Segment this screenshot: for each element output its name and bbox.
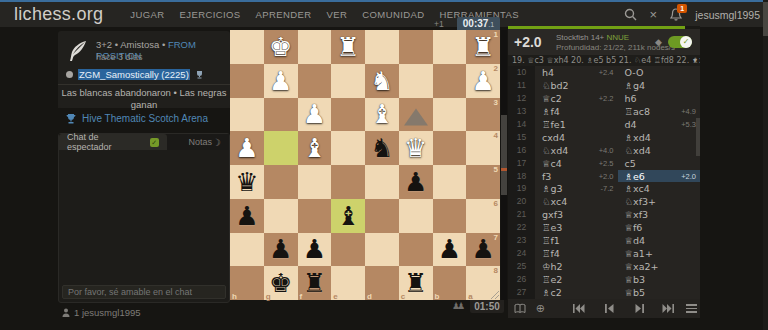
move-black-21[interactable]: ♕xf3 [618, 208, 701, 221]
square-b7[interactable]: ♟ [433, 233, 467, 267]
move-row-10: 10h4+2.4O-O [508, 66, 700, 79]
square-d2[interactable]: ♞ [365, 64, 399, 98]
square-c8[interactable]: ♜c [399, 266, 433, 300]
move-black-13[interactable]: ♖ac8+4.9 [618, 105, 701, 118]
practice-icon[interactable]: ⊕ [531, 302, 550, 315]
square-g3[interactable] [264, 98, 298, 132]
square-g2[interactable]: ♟ [264, 64, 298, 98]
move-number: 23 [508, 234, 535, 247]
square-a1[interactable]: ♜1 [466, 30, 500, 64]
move-black-26[interactable]: ♕b3 [618, 273, 701, 286]
square-b5[interactable] [433, 165, 467, 199]
square-f1[interactable] [298, 30, 332, 64]
chat-box: Chat de espectador ✓ Notas ☽ [58, 133, 230, 303]
square-e6[interactable]: ♝ [331, 199, 365, 233]
move-row-13: 13♗f4♖ac8+4.9 [508, 105, 700, 118]
engine-toggle[interactable]: ✓ [668, 36, 692, 48]
black-rook-f8[interactable]: ♜ [298, 266, 332, 300]
menu-comunidad[interactable]: COMUNIDAD [362, 9, 424, 20]
move-number: 27 [508, 286, 535, 299]
trophy-icon-small [195, 70, 204, 79]
analysis-panel: +2.0 Stockfish 14+ NNUE Profundidad: 21/… [508, 26, 700, 318]
square-g7[interactable]: ♟ [264, 233, 298, 267]
close-icon[interactable]: × [650, 8, 658, 21]
black-pawn-c5[interactable]: ♟ [399, 165, 433, 199]
square-a6[interactable]: 6 [466, 199, 500, 233]
move-white-27[interactable]: ♗c2 [535, 286, 618, 299]
menu-aprender[interactable]: APRENDER [256, 9, 312, 20]
eval: -7.2 [601, 182, 614, 196]
move-row-15: 15cxd4♗xd4 [508, 131, 700, 144]
move-row-12: 12♕c2+2.2h6 [508, 92, 700, 105]
square-c5[interactable]: ♟ [399, 165, 433, 199]
square-d3[interactable]: ♝ [365, 98, 399, 132]
move-black-12[interactable]: h6 [618, 92, 701, 105]
move-white-23[interactable]: ♖f1 [535, 234, 618, 247]
rank-label-1: 1 [494, 30, 498, 39]
move-black-14[interactable]: d4+5.3 [618, 118, 701, 131]
white-bishop-f4[interactable]: ♝ [298, 131, 332, 165]
move-row-18: 18f3+2.0♗e6+2.0 [508, 170, 700, 183]
opening-book-icon[interactable] [510, 303, 531, 314]
nav-right: × 1 jesusmgl1995 [624, 2, 760, 27]
move-black-10[interactable]: O-O [618, 66, 701, 79]
square-e3[interactable] [331, 98, 365, 132]
menu-ejercicios[interactable]: EJERCICIOS [180, 9, 241, 20]
move-white-13[interactable]: ♗f4 [535, 105, 618, 118]
square-b2[interactable] [433, 64, 467, 98]
move-number: 15 [508, 131, 535, 144]
eval: +5.3 [681, 118, 696, 132]
file-label-e: e [333, 292, 337, 301]
square-d6[interactable] [365, 199, 399, 233]
move-row-25: 25♔h2♕xa2+ [508, 260, 700, 273]
move-number: 16 [508, 144, 535, 157]
tab-notes[interactable]: Notas [189, 137, 213, 147]
move-white-11[interactable]: ♘bd2 [535, 79, 618, 92]
square-g4[interactable] [264, 131, 298, 165]
move-row-23: 23♖f1♕d4 [508, 234, 700, 247]
prev-move-button[interactable] [595, 303, 624, 314]
black-pawn-g7[interactable]: ♟ [264, 233, 298, 267]
white-pawn-g2[interactable]: ♟ [264, 64, 298, 98]
square-a3[interactable]: 3 [466, 98, 500, 132]
square-b6[interactable] [433, 199, 467, 233]
file-label-d: d [367, 292, 372, 301]
square-g5[interactable] [264, 165, 298, 199]
eval: +4.0 [599, 144, 614, 158]
move-white-17[interactable]: ♕c4+2.5 [535, 157, 618, 170]
square-h4[interactable]: ♟ [230, 131, 264, 165]
square-h2[interactable] [230, 64, 264, 98]
eval: +2.5 [599, 157, 614, 171]
lichess-logo[interactable]: lichess.org [14, 4, 103, 25]
lichess-page: lichess.org JUGAR EJERCICIOS APRENDER VE… [0, 0, 768, 330]
move-row-17: 17♕c4+2.5c5 [508, 157, 700, 170]
square-a5[interactable]: 5 [466, 165, 500, 199]
eval: +2.2 [599, 92, 614, 106]
white-king-g1[interactable]: ♚ [264, 30, 298, 64]
white-queen-c4[interactable]: ♛ [399, 131, 433, 165]
square-e2[interactable] [331, 64, 365, 98]
white-pawn-f3[interactable]: ♟ [298, 98, 332, 132]
user-menu[interactable]: jesusmgl1995 [695, 9, 760, 21]
menu-ver[interactable]: VER [327, 9, 348, 20]
move-white-10[interactable]: h4+2.4 [535, 66, 618, 79]
square-f4[interactable]: ♝ [298, 131, 332, 165]
square-e1[interactable]: ♜ [331, 30, 365, 64]
move-number: 13 [508, 105, 535, 118]
move-black-23[interactable]: ♕d4 [618, 234, 701, 247]
square-e8[interactable]: e [331, 266, 365, 300]
square-b4[interactable] [433, 131, 467, 165]
clock-black: 00:37.1 [457, 17, 500, 30]
chat-members: 1 jesusmgl1995 [62, 307, 141, 318]
square-h8[interactable]: h [230, 266, 264, 300]
clock-increment: +1 [434, 19, 444, 29]
player-black-name[interactable]: ZGM_Samostically (2225) [78, 69, 190, 80]
square-f7[interactable]: ♟ [298, 233, 332, 267]
move-white-25[interactable]: ♔h2 [535, 260, 618, 273]
square-c7[interactable] [399, 233, 433, 267]
move-white-24[interactable]: ♖f4 [535, 247, 618, 260]
move-row-26: 26♖e2♕b3 [508, 273, 700, 286]
square-e5[interactable] [331, 165, 365, 199]
file-label-f: f [300, 292, 303, 301]
move-row-11: 11♘bd2♗g4 [508, 79, 700, 92]
square-c3[interactable] [399, 98, 433, 132]
white-pawn-h4[interactable]: ♟ [230, 131, 264, 165]
engine-eval: +2.0 [514, 34, 542, 50]
move-number: 11 [508, 79, 535, 92]
first-move-button[interactable] [562, 303, 595, 314]
engine-name: Stockfish 14+ NNUE [556, 33, 629, 42]
move-number: 14 [508, 118, 535, 131]
eval: +2.4 [599, 66, 614, 80]
square-h6[interactable]: ♟ [230, 199, 264, 233]
square-f3[interactable]: ♟ [298, 98, 332, 132]
move-black-11[interactable]: ♗g4 [618, 79, 701, 92]
spectators-icon: ♟♟ [452, 301, 462, 311]
quill-icon [66, 39, 90, 63]
move-white-22[interactable]: ♖e3 [535, 221, 618, 234]
eval: +2.0 [681, 170, 696, 184]
square-h1[interactable] [230, 30, 264, 64]
square-g8[interactable]: ♚g [264, 266, 298, 300]
member-icon [62, 308, 70, 317]
move-row-19: 19♗g3-7.2♗xc4 [508, 182, 700, 195]
black-color-icon [66, 71, 73, 78]
square-c4[interactable]: ♛ [399, 131, 433, 165]
black-pawn-f7[interactable]: ♟ [298, 233, 332, 267]
rank-label-2: 2 [494, 64, 498, 73]
black-queen-h5[interactable]: ♛ [230, 165, 264, 199]
square-f2[interactable] [298, 64, 332, 98]
rank-label-6: 6 [494, 199, 498, 208]
move-black-16[interactable]: ♘xd4 [618, 144, 701, 157]
square-b1[interactable] [433, 30, 467, 64]
square-g1[interactable]: ♚ [264, 30, 298, 64]
rank-label-5: 5 [494, 165, 498, 174]
game-result: Las blancas abandonaron • Las negras gan… [58, 84, 230, 108]
move-white-15[interactable]: cxd4 [535, 131, 618, 144]
move-number: 25 [508, 260, 535, 273]
square-b3[interactable] [433, 98, 467, 132]
move-white-19[interactable]: ♗g3-7.2 [535, 182, 618, 195]
square-c1[interactable] [399, 30, 433, 64]
move-row-22: 22♖e3♕f6 [508, 221, 700, 234]
square-e7[interactable] [331, 233, 365, 267]
move-row-24: 24♖f4♕a1+ [508, 247, 700, 260]
move-number: 21 [508, 208, 535, 221]
white-knight-d2[interactable]: ♞ [365, 64, 399, 98]
move-black-18-current[interactable]: ♗e6+2.0 [618, 170, 701, 183]
move-number: 24 [508, 247, 535, 260]
move-number: 12 [508, 92, 535, 105]
move-row-21: 21gxf3♕xf3 [508, 208, 700, 221]
move-black-20[interactable]: ♘xf3+ [618, 195, 701, 208]
navbar: lichess.org JUGAR EJERCICIOS APRENDER VE… [0, 2, 768, 27]
file-label-h: h [232, 292, 237, 301]
analysis-toolbar: ⊕ [508, 299, 700, 318]
move-black-24[interactable]: ♕a1+ [618, 247, 701, 260]
square-d8[interactable]: d [365, 266, 399, 300]
chevron-down-icon[interactable]: ▾ [693, 55, 697, 66]
square-h7[interactable] [230, 233, 264, 267]
square-a4[interactable]: 4 [466, 131, 500, 165]
scrollbar-marker [501, 168, 507, 171]
square-a7[interactable]: ♟7 [466, 233, 500, 267]
move-black-22[interactable]: ♕f6 [618, 221, 701, 234]
menu-jugar[interactable]: JUGAR [130, 9, 164, 20]
notification-badge: 1 [677, 4, 687, 13]
move-black-25[interactable]: ♕xa2+ [618, 260, 701, 273]
eval: +4.9 [681, 105, 696, 119]
move-white-21[interactable]: gxf3 [535, 208, 618, 221]
move-white-18[interactable]: f3+2.0 [535, 170, 618, 183]
square-h5[interactable]: ♛ [230, 165, 264, 199]
engine-arrowhead [404, 109, 428, 126]
black-knight-d4[interactable]: ♞ [365, 131, 399, 165]
square-b8[interactable]: b [433, 266, 467, 300]
move-number: 19 [508, 182, 535, 195]
chat-header: Chat de espectador ✓ Notas ☽ [59, 134, 229, 150]
next-move-button[interactable] [624, 303, 655, 314]
file-label-g: g [266, 292, 271, 301]
column-scrollbar[interactable] [501, 30, 507, 300]
engine-toggle-knob: ✓ [680, 36, 692, 48]
move-black-19[interactable]: ♗xc4 [618, 182, 701, 195]
engine-header: +2.0 Stockfish 14+ NNUE Profundidad: 21/… [508, 29, 700, 55]
square-h3[interactable] [230, 98, 264, 132]
gear-icon[interactable]: ◆ [655, 37, 662, 47]
page-scrollbar[interactable] [763, 0, 768, 330]
game-date[interactable]: hace 3 días [96, 52, 143, 62]
menu-icon[interactable] [683, 304, 700, 313]
square-e4[interactable] [331, 131, 365, 165]
square-d1[interactable] [365, 30, 399, 64]
scrollbar-thumb[interactable] [501, 115, 507, 195]
chess-board[interactable]: ♚♜♜1♟♞♟2♟♝3♟♝♞♛4♛♟5♟♝6♟♟♟♟7h♚g♜fed♜cb8a [230, 30, 500, 300]
rank-label-8: 8 [494, 266, 498, 275]
last-move-button[interactable] [655, 303, 683, 314]
rank-label-4: 4 [494, 131, 498, 140]
move-number: 10 [508, 66, 535, 79]
move-list: 10h4+2.4O-O11♘bd2♗g412♕c2+2.2h613♗f4♖ac8… [508, 66, 700, 299]
move-row-27: 27♗c2♕b5 [508, 286, 700, 299]
black-pawn-b7[interactable]: ♟ [433, 233, 467, 267]
rank-label-7: 7 [494, 233, 498, 242]
player-black-row: ZGM_Samostically (2225) [66, 69, 204, 80]
square-g6[interactable] [264, 199, 298, 233]
white-bishop-d3[interactable]: ♝ [365, 98, 399, 132]
move-black-15[interactable]: ♗xd4 [618, 131, 701, 144]
move-number: 22 [508, 221, 535, 234]
square-d7[interactable] [365, 233, 399, 267]
file-label-b: b [435, 292, 440, 301]
square-c6[interactable] [399, 199, 433, 233]
notifications[interactable]: 1 [670, 8, 682, 21]
board-resize-handle[interactable] [491, 291, 499, 299]
move-white-26[interactable]: ♖e2 [535, 273, 618, 286]
chat-input[interactable] [62, 285, 226, 299]
move-row-16: 16♘xd4+4.0♘xd4 [508, 144, 700, 157]
black-pawn-h6[interactable]: ♟ [230, 199, 264, 233]
move-list-scrollbar[interactable] [696, 118, 700, 156]
square-c2[interactable] [399, 64, 433, 98]
page-scrollbar-thumb[interactable] [763, 2, 768, 36]
move-black-27[interactable]: ♕b5 [618, 286, 701, 299]
tournament-link[interactable]: Hive Thematic Scotch Arena [66, 113, 208, 124]
moon-icon[interactable]: ☽ [212, 137, 221, 148]
move-number: 20 [508, 195, 535, 208]
move-white-20[interactable]: ♘xc4 [535, 195, 618, 208]
tab-spectator-chat[interactable]: Chat de espectador ✓ [59, 134, 167, 150]
move-row-14: 14♖fe1d4+5.3 [508, 118, 700, 131]
eval: +2.0 [599, 170, 614, 184]
file-label-c: c [401, 292, 405, 301]
square-a2[interactable]: ♟2 [466, 64, 500, 98]
move-number: 18 [508, 170, 535, 183]
move-black-17[interactable]: c5 [618, 157, 701, 170]
square-f6[interactable] [298, 199, 332, 233]
move-white-16[interactable]: ♘xd4+4.0 [535, 144, 618, 157]
white-rook-e1[interactable]: ♜ [331, 30, 365, 64]
move-number: 17 [508, 157, 535, 170]
chat-toggle[interactable]: ✓ [150, 138, 159, 147]
square-d4[interactable]: ♞ [365, 131, 399, 165]
square-f5[interactable] [298, 165, 332, 199]
square-d5[interactable] [365, 165, 399, 199]
move-white-12[interactable]: ♕c2+2.2 [535, 92, 618, 105]
move-number: 26 [508, 273, 535, 286]
rank-label-3: 3 [494, 98, 498, 107]
black-bishop-e6[interactable]: ♝ [331, 199, 365, 233]
move-row-20: 20♘xc4♘xf3+ [508, 195, 700, 208]
engine-line[interactable]: 19. ♕c3 ♕xh4 20. ♗e5 b5 21. ♘e4 ♖fd8 22.… [508, 55, 700, 66]
square-f8[interactable]: ♜f [298, 266, 332, 300]
file-label-a: a [468, 292, 472, 301]
clock-white: 01:50 [470, 300, 504, 313]
trophy-icon [66, 113, 76, 124]
search-icon[interactable] [624, 8, 637, 21]
move-white-14[interactable]: ♖fe1 [535, 118, 618, 131]
